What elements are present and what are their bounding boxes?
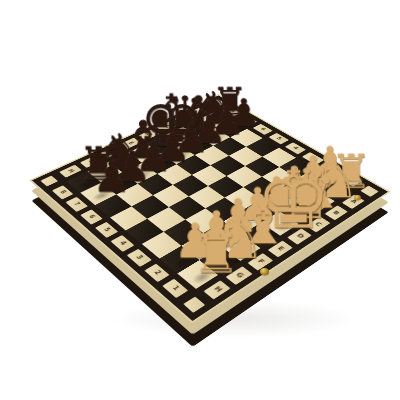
frame-corner-near-right-plate xyxy=(360,186,379,197)
rank-label-right-6-plate: 6 xyxy=(252,124,272,135)
brass-clasp-icon xyxy=(260,268,269,275)
file-label-back-H-plate: H xyxy=(59,165,82,178)
brass-hinge-icon xyxy=(354,195,361,200)
piece-shadow xyxy=(234,217,258,232)
file-label-front-E-plate: E xyxy=(268,241,293,258)
board-face: HGFEDCBA8♜♞♝♚♛♝♞♜87♟♟♟♟♟♟♟♟7665544332♟♟♟… xyxy=(29,94,390,323)
file-label-front-B-plate: B xyxy=(324,205,348,220)
perspective-stage: HGFEDCBA8♜♞♝♚♛♝♞♜87♟♟♟♟♟♟♟♟7665544332♟♟♟… xyxy=(0,0,400,400)
file-label-front-G-plate: G xyxy=(226,266,253,285)
rank-label-right-1-plate: 1 xyxy=(339,173,362,187)
piece-shadow xyxy=(272,218,296,234)
frame-corner-far-right-plate xyxy=(210,99,226,107)
rank-label-left-6-plate: 6 xyxy=(80,209,103,225)
file-label-front-D-plate: D xyxy=(287,228,312,244)
wooden-chess-board: HGFEDCBA8♜♞♝♚♛♝♞♜87♟♟♟♟♟♟♟♟7665544332♟♟♟… xyxy=(29,94,390,323)
file-label-front-H-plate: H xyxy=(203,280,230,299)
frame-corner-far-left-plate xyxy=(40,176,58,187)
square-e4 xyxy=(189,186,225,209)
piece-shadow xyxy=(252,230,277,246)
file-label-front-C-plate: C xyxy=(306,217,330,233)
piece-shadow xyxy=(253,206,277,221)
piece-shadow xyxy=(291,207,315,222)
chess-set-photo: HGFEDCBA8♜♞♝♚♛♝♞♜87♟♟♟♟♟♟♟♟7665544332♟♟♟… xyxy=(0,0,400,400)
piece-shadow xyxy=(308,174,330,187)
piece-shadow xyxy=(290,184,313,198)
piece-shadow xyxy=(309,196,332,210)
frame-corner-near-left-plate xyxy=(183,296,205,312)
rank-label-right-2-plate: 2 xyxy=(320,162,342,175)
